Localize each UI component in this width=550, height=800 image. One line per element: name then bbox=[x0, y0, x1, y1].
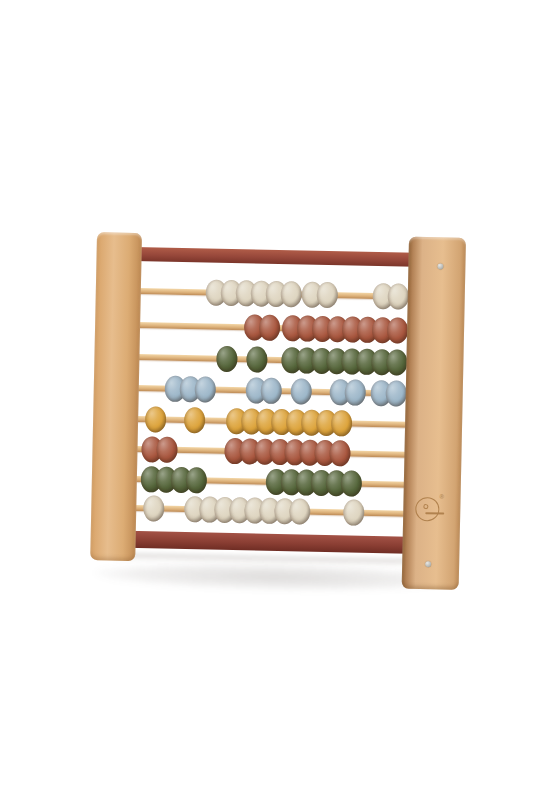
bead-cream[interactable] bbox=[289, 498, 311, 524]
bead-cream[interactable] bbox=[317, 282, 339, 308]
bead-blue[interactable] bbox=[344, 379, 366, 405]
screw-icon bbox=[437, 263, 443, 269]
bead-yellow[interactable] bbox=[331, 410, 353, 436]
abacus-frame: ® bbox=[83, 230, 471, 602]
bottom-bar bbox=[118, 531, 416, 554]
bead-yellow[interactable] bbox=[145, 406, 167, 432]
brand-logo: ® bbox=[415, 495, 446, 526]
bead-green[interactable] bbox=[246, 346, 268, 372]
bead-cream[interactable] bbox=[281, 281, 303, 307]
bead-green[interactable] bbox=[186, 467, 208, 493]
top-bar bbox=[126, 247, 422, 267]
bead-green[interactable] bbox=[340, 470, 362, 496]
bead-rust[interactable] bbox=[157, 436, 179, 462]
bead-blue[interactable] bbox=[385, 380, 407, 406]
bead-blue[interactable] bbox=[260, 378, 282, 404]
right-post bbox=[402, 237, 466, 590]
brand-logo-figure-icon bbox=[423, 504, 428, 509]
left-post bbox=[90, 232, 142, 561]
bead-rust[interactable] bbox=[387, 317, 409, 343]
bead-rust[interactable] bbox=[329, 440, 351, 466]
screw-icon bbox=[425, 561, 431, 567]
bead-yellow[interactable] bbox=[184, 407, 206, 433]
bead-blue[interactable] bbox=[290, 378, 312, 404]
bead-cream[interactable] bbox=[343, 499, 365, 525]
bead-green[interactable] bbox=[216, 346, 238, 372]
brand-logo-ring-icon bbox=[415, 497, 439, 521]
bead-green[interactable] bbox=[386, 349, 408, 375]
bead-rust[interactable] bbox=[259, 315, 281, 341]
bead-cream[interactable] bbox=[387, 283, 409, 309]
bead-cream[interactable] bbox=[143, 495, 165, 521]
bead-blue[interactable] bbox=[195, 376, 217, 402]
registered-mark: ® bbox=[440, 493, 445, 499]
